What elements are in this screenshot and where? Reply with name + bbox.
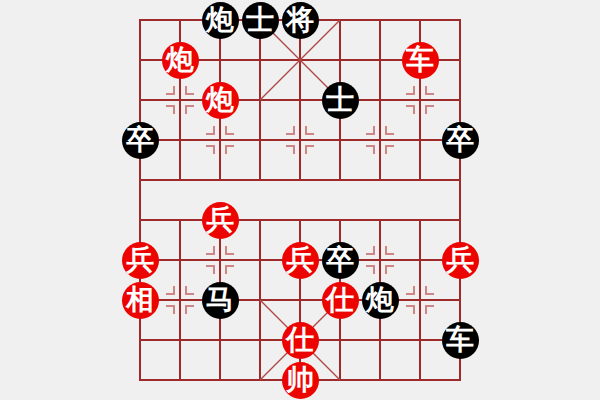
point-mark [305,145,314,154]
point-mark [185,305,194,314]
point-mark [425,305,434,314]
point-mark [166,105,175,114]
red-cannon[interactable]: 炮 [162,42,199,79]
point-mark [406,286,415,295]
red-soldier[interactable]: 兵 [202,202,239,239]
red-soldier[interactable]: 兵 [442,242,479,279]
point-mark [366,126,375,135]
red-soldier[interactable]: 兵 [282,242,319,279]
point-mark [385,126,394,135]
red-cannon[interactable]: 炮 [202,82,239,119]
point-mark [225,126,234,135]
black-horse[interactable]: 马 [202,282,239,319]
red-chariot[interactable]: 车 [402,42,439,79]
point-mark [366,265,375,274]
black-cannon[interactable]: 炮 [362,282,399,319]
black-soldier[interactable]: 卒 [122,122,159,159]
point-mark [385,246,394,255]
red-advisor[interactable]: 仕 [282,322,319,359]
black-cannon[interactable]: 炮 [202,2,239,39]
point-mark [385,145,394,154]
xiangqi-diagram: { "game": "xiangqi", "position": { "fen"… [0,0,600,400]
point-mark [206,265,215,274]
point-mark [406,305,415,314]
black-chariot[interactable]: 车 [442,322,479,359]
point-mark [305,126,314,135]
board-cell [261,61,299,99]
point-mark [225,265,234,274]
black-king[interactable]: 将 [282,2,319,39]
point-mark [286,126,295,135]
point-mark [185,286,194,295]
point-mark [166,86,175,95]
board-cell [181,341,219,379]
point-mark [286,145,295,154]
black-soldier[interactable]: 卒 [322,242,359,279]
point-mark [385,265,394,274]
board-cell [141,341,179,379]
board-cell [221,341,259,379]
red-elephant[interactable]: 相 [122,282,159,319]
point-mark [406,86,415,95]
point-mark [166,286,175,295]
point-mark [366,246,375,255]
red-advisor[interactable]: 仕 [322,282,359,319]
board-cell [341,341,379,379]
board-cell [341,21,379,59]
point-mark [166,305,175,314]
point-mark [225,246,234,255]
point-mark [366,145,375,154]
river [141,181,459,219]
point-mark [425,286,434,295]
point-mark [206,145,215,154]
point-mark [406,105,415,114]
red-soldier[interactable]: 兵 [122,242,159,279]
red-king[interactable]: 帅 [282,362,319,399]
point-mark [185,86,194,95]
point-mark [185,105,194,114]
black-advisor[interactable]: 士 [242,2,279,39]
point-mark [425,105,434,114]
board-cell [381,341,419,379]
xiangqi-board[interactable]: 炮士将炮车炮士卒卒兵兵兵卒兵相马仕炮仕车帅 [139,19,461,381]
point-mark [206,246,215,255]
black-advisor[interactable]: 士 [322,82,359,119]
point-mark [425,86,434,95]
point-mark [206,126,215,135]
point-mark [225,145,234,154]
black-soldier[interactable]: 卒 [442,122,479,159]
